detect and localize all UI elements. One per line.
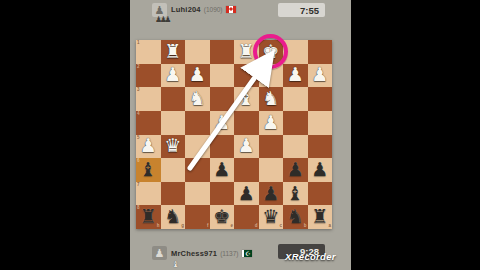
black-bishop-piece[interactable]: ♝ <box>283 184 308 203</box>
square-a8[interactable]: a♜ <box>308 205 333 229</box>
square-h6[interactable]: 6♝ <box>136 158 161 182</box>
square-h7[interactable]: 7 <box>136 182 161 206</box>
square-e2[interactable] <box>210 64 235 88</box>
square-c4[interactable]: ♟ <box>259 111 284 135</box>
black-queen-piece[interactable]: ♛ <box>259 207 284 226</box>
square-f3[interactable]: ♞ <box>185 87 210 111</box>
white-pawn-piece[interactable]: ♟ <box>210 113 235 132</box>
white-knight-piece[interactable]: ♞ <box>185 89 210 108</box>
square-f8[interactable]: f <box>185 205 210 229</box>
square-c5[interactable] <box>259 135 284 159</box>
square-c6[interactable] <box>259 158 284 182</box>
square-a5[interactable] <box>308 135 333 159</box>
file-label: f <box>207 224 209 229</box>
bottom-player-row[interactable]: MrChess971 (1137) ☪ <box>171 248 252 258</box>
square-h5[interactable]: 5♟ <box>136 135 161 159</box>
screenshot-stage: ♟ Luhi204 (1090) ♟♟♟ 7:55 1♜♜♚2♟♟♟♟3♞♝♞4… <box>0 0 480 270</box>
square-b5[interactable] <box>283 135 308 159</box>
square-d6[interactable] <box>234 158 259 182</box>
square-a7[interactable] <box>308 182 333 206</box>
top-player-clock: 7:55 <box>278 3 325 17</box>
square-f4[interactable] <box>185 111 210 135</box>
square-f7[interactable] <box>185 182 210 206</box>
square-a1[interactable] <box>308 40 333 64</box>
square-d8[interactable]: d <box>234 205 259 229</box>
square-h2[interactable]: 2 <box>136 64 161 88</box>
square-b6[interactable]: ♟ <box>283 158 308 182</box>
square-g5[interactable]: ♛ <box>161 135 186 159</box>
square-g3[interactable] <box>161 87 186 111</box>
white-knight-piece[interactable]: ♞ <box>259 89 284 108</box>
rank-label: 2 <box>137 65 140 70</box>
square-c7[interactable]: ♟ <box>259 182 284 206</box>
white-pawn-piece[interactable]: ♟ <box>308 66 333 85</box>
square-f2[interactable]: ♟ <box>185 64 210 88</box>
black-king-piece[interactable]: ♚ <box>210 207 235 226</box>
square-e7[interactable] <box>210 182 235 206</box>
square-c3[interactable]: ♞ <box>259 87 284 111</box>
maple-leaf-icon <box>228 7 232 11</box>
rank-label: 3 <box>137 88 140 93</box>
square-h1[interactable]: 1 <box>136 40 161 64</box>
square-d3[interactable]: ♝ <box>234 87 259 111</box>
square-d7[interactable]: ♟ <box>234 182 259 206</box>
square-g7[interactable] <box>161 182 186 206</box>
square-e6[interactable]: ♟ <box>210 158 235 182</box>
square-b7[interactable]: ♝ <box>283 182 308 206</box>
square-a6[interactable]: ♟ <box>308 158 333 182</box>
square-b3[interactable] <box>283 87 308 111</box>
avatar-pawn-icon: ♟ <box>155 5 165 16</box>
square-a2[interactable]: ♟ <box>308 64 333 88</box>
white-pawn-piece[interactable]: ♟ <box>234 136 259 155</box>
square-e1[interactable] <box>210 40 235 64</box>
black-rook-piece[interactable]: ♜ <box>308 207 333 226</box>
square-g4[interactable] <box>161 111 186 135</box>
white-pawn-piece[interactable]: ♟ <box>283 66 308 85</box>
square-e3[interactable] <box>210 87 235 111</box>
white-queen-piece[interactable]: ♛ <box>161 136 186 155</box>
square-h8[interactable]: 8h♜ <box>136 205 161 229</box>
top-player-row[interactable]: Luhi204 (1090) <box>171 4 236 14</box>
xrecorder-watermark: XRecorder <box>285 251 336 262</box>
avatar-pawn-icon: ♟ <box>155 248 165 259</box>
square-a3[interactable] <box>308 87 333 111</box>
black-pawn-piece[interactable]: ♟ <box>283 160 308 179</box>
canada-flag-icon <box>226 6 236 13</box>
white-rook-piece[interactable]: ♜ <box>161 42 186 61</box>
white-rook-piece[interactable]: ♜ <box>234 42 259 61</box>
top-captured-tray: ♟♟♟ <box>155 16 169 24</box>
square-b8[interactable]: b♞ <box>283 205 308 229</box>
square-h3[interactable]: 3 <box>136 87 161 111</box>
square-d5[interactable]: ♟ <box>234 135 259 159</box>
rank-label: 4 <box>137 112 140 117</box>
rank-label: 1 <box>137 41 140 46</box>
bottom-player-avatar[interactable]: ♟ <box>152 246 167 260</box>
black-bishop-piece[interactable]: ♝ <box>136 160 161 179</box>
bottom-captured-tray: ♝ <box>172 261 179 269</box>
chess-board-area: 1♜♜♚2♟♟♟♟3♞♝♞4♟♟5♟♛♟6♝♟♟♟7♟♟♝8h♜g♞fe♚dc♛… <box>136 40 332 229</box>
bottom-player-rating: (1137) <box>220 250 238 257</box>
pakistan-flag-icon: ☪ <box>242 250 252 257</box>
square-g2[interactable]: ♟ <box>161 64 186 88</box>
square-b1[interactable] <box>283 40 308 64</box>
black-knight-piece[interactable]: ♞ <box>283 207 308 226</box>
square-e8[interactable]: e♚ <box>210 205 235 229</box>
square-e4[interactable]: ♟ <box>210 111 235 135</box>
white-pawn-piece[interactable]: ♟ <box>259 113 284 132</box>
square-f5[interactable] <box>185 135 210 159</box>
white-king-piece[interactable]: ♚ <box>259 42 284 61</box>
white-pawn-piece[interactable]: ♟ <box>136 136 161 155</box>
square-b2[interactable]: ♟ <box>283 64 308 88</box>
square-c8[interactable]: c♛ <box>259 205 284 229</box>
square-f1[interactable] <box>185 40 210 64</box>
white-pawn-piece[interactable]: ♟ <box>185 66 210 85</box>
file-label: d <box>255 224 258 229</box>
top-player-name: Luhi204 <box>171 5 201 14</box>
phone-video-area: ♟ Luhi204 (1090) ♟♟♟ 7:55 1♜♜♚2♟♟♟♟3♞♝♞4… <box>130 0 351 270</box>
black-knight-piece[interactable]: ♞ <box>161 207 186 226</box>
black-rook-piece[interactable]: ♜ <box>136 207 161 226</box>
square-f6[interactable] <box>185 158 210 182</box>
top-player-rating: (1090) <box>204 6 223 13</box>
bottom-player-name: MrChess971 <box>171 249 217 258</box>
top-clock-time: 7:55 <box>300 5 319 16</box>
white-pawn-piece[interactable]: ♟ <box>161 66 186 85</box>
square-d2[interactable] <box>234 64 259 88</box>
crescent-star-icon: ☪ <box>245 250 250 257</box>
square-d4[interactable] <box>234 111 259 135</box>
square-g6[interactable] <box>161 158 186 182</box>
rank-label: 7 <box>137 183 140 188</box>
square-a4[interactable] <box>308 111 333 135</box>
square-c1[interactable]: ♚ <box>259 40 284 64</box>
square-b4[interactable] <box>283 111 308 135</box>
square-h4[interactable]: 4 <box>136 111 161 135</box>
black-pawn-piece[interactable]: ♟ <box>234 184 259 203</box>
square-d1[interactable]: ♜ <box>234 40 259 64</box>
black-pawn-piece[interactable]: ♟ <box>308 160 333 179</box>
square-g8[interactable]: g♞ <box>161 205 186 229</box>
square-g1[interactable]: ♜ <box>161 40 186 64</box>
black-pawn-piece[interactable]: ♟ <box>210 160 235 179</box>
square-e5[interactable] <box>210 135 235 159</box>
black-pawn-piece[interactable]: ♟ <box>259 184 284 203</box>
chess-board: 1♜♜♚2♟♟♟♟3♞♝♞4♟♟5♟♛♟6♝♟♟♟7♟♟♝8h♜g♞fe♚dc♛… <box>136 40 332 229</box>
square-c2[interactable] <box>259 64 284 88</box>
white-bishop-piece[interactable]: ♝ <box>234 89 259 108</box>
